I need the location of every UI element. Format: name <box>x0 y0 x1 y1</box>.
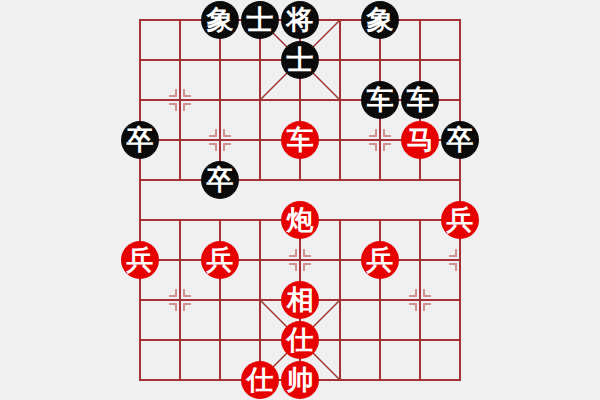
red-horse[interactable]: 马 <box>401 121 439 159</box>
board-point[interactable]: 卒 <box>200 160 240 200</box>
board-point[interactable] <box>200 40 240 80</box>
board-point[interactable] <box>320 200 360 240</box>
board-point[interactable] <box>240 200 280 240</box>
board-point[interactable] <box>160 360 200 400</box>
red-soldier[interactable]: 兵 <box>121 241 159 279</box>
board-point[interactable] <box>160 320 200 360</box>
board-point[interactable] <box>440 320 480 360</box>
board-point[interactable] <box>400 320 440 360</box>
board-point[interactable] <box>320 120 360 160</box>
board-point[interactable] <box>120 80 160 120</box>
board-point[interactable]: 兵 <box>120 240 160 280</box>
board-point[interactable] <box>160 160 200 200</box>
board-point[interactable] <box>320 280 360 320</box>
board-point[interactable] <box>160 80 200 120</box>
board-point[interactable] <box>200 360 240 400</box>
board-point[interactable] <box>360 360 400 400</box>
black-soldier[interactable]: 卒 <box>441 121 479 159</box>
board-point[interactable] <box>120 280 160 320</box>
board-point[interactable] <box>400 40 440 80</box>
black-general[interactable]: 将 <box>281 1 319 39</box>
board-point[interactable] <box>400 360 440 400</box>
board-point[interactable] <box>440 0 480 40</box>
board-point[interactable]: 相 <box>280 280 320 320</box>
red-cannon[interactable]: 炮 <box>281 201 319 239</box>
board-point[interactable] <box>120 360 160 400</box>
board-point[interactable] <box>440 280 480 320</box>
board-point[interactable]: 仕 <box>240 360 280 400</box>
board-point[interactable] <box>160 120 200 160</box>
board-point[interactable] <box>320 240 360 280</box>
board-point[interactable] <box>280 240 320 280</box>
black-elephant[interactable]: 象 <box>201 1 239 39</box>
board-point[interactable]: 象 <box>200 0 240 40</box>
board-point[interactable] <box>200 280 240 320</box>
black-soldier[interactable]: 卒 <box>121 121 159 159</box>
board-point[interactable] <box>440 40 480 80</box>
board-point[interactable]: 车 <box>360 80 400 120</box>
board-point[interactable] <box>280 160 320 200</box>
board-point[interactable]: 兵 <box>360 240 400 280</box>
board-point[interactable] <box>360 40 400 80</box>
board-point[interactable] <box>320 360 360 400</box>
red-soldier[interactable]: 兵 <box>201 241 239 279</box>
board: 象士将象士车车卒车马卒卒炮兵兵兵兵相仕仕帅 <box>120 0 480 400</box>
red-advisor[interactable]: 仕 <box>281 321 319 359</box>
xiangqi-app: 象士将象士车车卒车马卒卒炮兵兵兵兵相仕仕帅 <box>0 0 600 400</box>
board-point[interactable]: 马 <box>400 120 440 160</box>
board-point[interactable]: 兵 <box>200 240 240 280</box>
board-point[interactable] <box>240 120 280 160</box>
red-chariot[interactable]: 车 <box>281 121 319 159</box>
board-point[interactable]: 士 <box>280 40 320 80</box>
black-elephant[interactable]: 象 <box>361 1 399 39</box>
black-chariot[interactable]: 车 <box>361 81 399 119</box>
board-point[interactable] <box>240 160 280 200</box>
board-point[interactable] <box>200 120 240 160</box>
board-point[interactable] <box>120 0 160 40</box>
board-point[interactable] <box>120 200 160 240</box>
board-point[interactable] <box>240 80 280 120</box>
board-point[interactable]: 帅 <box>280 360 320 400</box>
board-point[interactable] <box>200 200 240 240</box>
board-point[interactable]: 卒 <box>440 120 480 160</box>
board-point[interactable]: 炮 <box>280 200 320 240</box>
board-point[interactable]: 兵 <box>440 200 480 240</box>
red-elephant[interactable]: 相 <box>281 281 319 319</box>
board-point[interactable]: 士 <box>240 0 280 40</box>
board-point[interactable] <box>360 280 400 320</box>
board-point[interactable] <box>200 320 240 360</box>
red-advisor[interactable]: 仕 <box>241 361 279 399</box>
board-point[interactable]: 卒 <box>120 120 160 160</box>
red-general[interactable]: 帅 <box>281 361 319 399</box>
board-point[interactable] <box>400 200 440 240</box>
board-point[interactable] <box>400 0 440 40</box>
board-point[interactable] <box>120 40 160 80</box>
board-point[interactable] <box>320 0 360 40</box>
board-point[interactable] <box>360 160 400 200</box>
board-point[interactable] <box>160 40 200 80</box>
board-point[interactable]: 象 <box>360 0 400 40</box>
board-point[interactable] <box>320 320 360 360</box>
board-point[interactable]: 车 <box>280 120 320 160</box>
board-point[interactable] <box>360 120 400 160</box>
board-point[interactable] <box>440 80 480 120</box>
red-soldier[interactable]: 兵 <box>441 201 479 239</box>
board-point[interactable] <box>280 80 320 120</box>
board-point[interactable] <box>400 240 440 280</box>
board-point[interactable] <box>120 320 160 360</box>
black-advisor[interactable]: 士 <box>241 1 279 39</box>
board-point[interactable]: 仕 <box>280 320 320 360</box>
board-point[interactable] <box>240 40 280 80</box>
board-point[interactable] <box>160 200 200 240</box>
board-point[interactable] <box>160 280 200 320</box>
red-soldier[interactable]: 兵 <box>361 241 399 279</box>
board-point[interactable] <box>240 280 280 320</box>
board-point[interactable] <box>240 240 280 280</box>
board-point[interactable] <box>400 160 440 200</box>
board-point[interactable] <box>120 160 160 200</box>
board-point[interactable] <box>200 80 240 120</box>
board-point[interactable] <box>240 320 280 360</box>
board-point[interactable] <box>360 320 400 360</box>
black-chariot[interactable]: 车 <box>401 81 439 119</box>
board-point[interactable] <box>360 200 400 240</box>
board-point[interactable] <box>400 280 440 320</box>
board-point[interactable]: 车 <box>400 80 440 120</box>
board-point[interactable] <box>160 240 200 280</box>
board-point[interactable] <box>320 40 360 80</box>
black-soldier[interactable]: 卒 <box>201 161 239 199</box>
board-point[interactable] <box>440 160 480 200</box>
board-point[interactable] <box>160 0 200 40</box>
board-point[interactable] <box>440 360 480 400</box>
board-point[interactable] <box>320 160 360 200</box>
board-point[interactable] <box>320 80 360 120</box>
board-point[interactable]: 将 <box>280 0 320 40</box>
black-advisor[interactable]: 士 <box>281 41 319 79</box>
board-point[interactable] <box>440 240 480 280</box>
